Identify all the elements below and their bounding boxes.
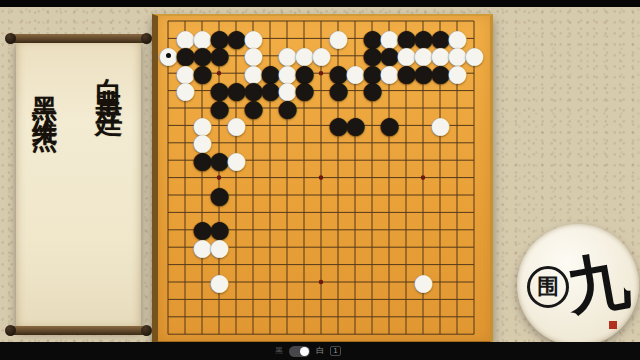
white-player-column: 白芈昱廷 <box>91 56 127 98</box>
logo-circled-character: 围 <box>527 266 569 308</box>
toggle-knob-icon <box>300 347 309 356</box>
color-toggle[interactable] <box>289 346 310 357</box>
logo-secondary-character: 围 <box>537 272 559 302</box>
star-point <box>217 280 222 285</box>
white-color-label: 白 <box>94 56 125 68</box>
star-point <box>319 71 324 76</box>
star-point <box>319 175 324 180</box>
black-color-label: 黑 <box>30 76 59 88</box>
star-point <box>217 71 222 76</box>
black-player-name: 江维杰 <box>30 88 59 118</box>
star-point <box>421 280 426 285</box>
white-toggle-label[interactable]: 白 <box>316 346 324 356</box>
move-counter: 1 <box>330 346 340 356</box>
scroll-top-rod <box>11 34 146 43</box>
star-point <box>421 175 426 180</box>
scroll-bottom-rod <box>11 326 146 335</box>
bottom-bar: 黑 白 1 <box>0 342 640 360</box>
go-board[interactable]: ●●●●●●●●●●●●●●●●●●●●●●●●●●●●●●●●●●●●●●●●… <box>152 14 493 348</box>
star-point <box>319 280 324 285</box>
black-player-column: 黑江维杰 <box>28 76 61 118</box>
logo-main-character: 九 <box>560 237 636 330</box>
player-scroll: 白芈昱廷 黑江维杰 <box>13 32 144 337</box>
black-toggle-label[interactable]: 黑 <box>275 346 283 356</box>
logo-red-seal <box>609 321 617 329</box>
board-grid <box>167 20 475 336</box>
broadcaster-logo: 九 围 <box>517 224 639 346</box>
star-point <box>217 175 222 180</box>
scene-background: 白芈昱廷 黑江维杰 ●●●●●●●●●●●●●●●●●●●●●●●●●●●●●●… <box>0 7 640 342</box>
star-point <box>421 71 426 76</box>
white-player-name: 芈昱廷 <box>94 68 125 98</box>
